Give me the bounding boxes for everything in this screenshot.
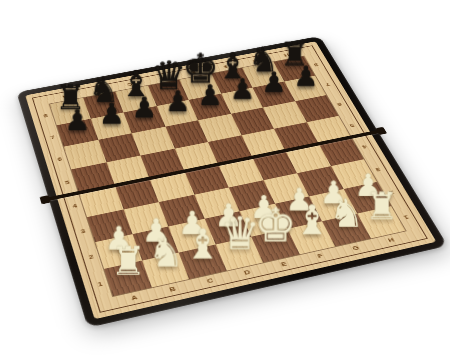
photo-stage: ABCDEFGH ABCDEFGH 87654321 87654321 ♜♞♝♛… — [0, 0, 450, 361]
chess-board: ABCDEFGH ABCDEFGH 87654321 87654321 ♜♞♝♛… — [16, 36, 447, 328]
white-rook[interactable]: ♜ — [93, 242, 163, 282]
